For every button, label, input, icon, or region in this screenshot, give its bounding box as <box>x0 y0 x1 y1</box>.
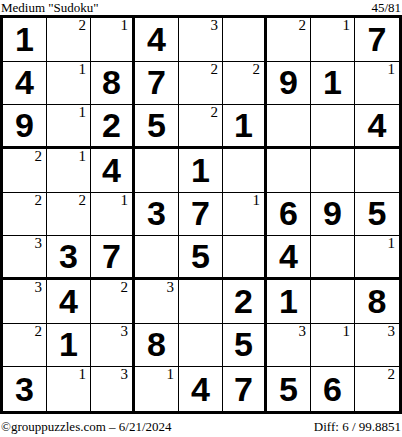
pencil-mark: 2 <box>35 148 43 165</box>
cell-r9c5[interactable]: 4 <box>179 367 223 411</box>
cell-r6c8[interactable] <box>311 236 355 280</box>
cell-r8c2[interactable]: 1 <box>47 324 91 368</box>
given-digit: 5 <box>355 193 399 236</box>
pencil-mark: 1 <box>343 17 351 34</box>
cell-r8c3[interactable]: 3 <box>91 324 135 368</box>
cell-r3c7[interactable] <box>267 105 311 149</box>
given-digit: 1 <box>179 149 222 192</box>
cell-r3c8[interactable] <box>311 105 355 149</box>
given-digit: 6 <box>267 193 310 236</box>
pencil-mark: 1 <box>388 61 396 78</box>
given-digit: 4 <box>3 62 46 105</box>
pencil-mark: 3 <box>35 235 43 252</box>
cell-r9c1[interactable]: 3 <box>3 367 47 411</box>
sudoku-page: Medium "Sudoku" 45/81 121432174187229119… <box>0 0 402 437</box>
cell-r7c4[interactable]: 3 <box>135 280 179 324</box>
cell-r5c8[interactable]: 9 <box>311 193 355 237</box>
cell-r8c4[interactable]: 8 <box>135 324 179 368</box>
cell-r7c9[interactable]: 8 <box>355 280 399 324</box>
pencil-mark: 2 <box>299 17 307 34</box>
given-digit: 8 <box>135 324 178 367</box>
given-digit: 4 <box>267 236 310 277</box>
given-digit: 9 <box>267 62 310 105</box>
cell-r3c5[interactable]: 2 <box>179 105 223 149</box>
given-digit: 5 <box>135 105 178 146</box>
pencil-mark: 2 <box>253 61 261 78</box>
cell-r3c6[interactable]: 1 <box>223 105 267 149</box>
cell-r4c5[interactable]: 1 <box>179 149 223 193</box>
pencil-mark: 2 <box>388 366 396 383</box>
cell-r5c9[interactable]: 5 <box>355 193 399 237</box>
cell-r4c1[interactable]: 2 <box>3 149 47 193</box>
pencil-mark: 3 <box>167 279 175 296</box>
given-digit: 9 <box>311 193 354 236</box>
pencil-mark: 2 <box>35 192 43 209</box>
cell-r5c4[interactable]: 3 <box>135 193 179 237</box>
cell-r6c9[interactable]: 1 <box>355 236 399 280</box>
cell-r1c3[interactable]: 1 <box>91 18 135 62</box>
pencil-mark: 1 <box>79 148 87 165</box>
cell-r3c4[interactable]: 5 <box>135 105 179 149</box>
given-digit: 7 <box>223 367 264 411</box>
cell-r2c5[interactable]: 2 <box>179 62 223 106</box>
cell-r5c2[interactable]: 2 <box>47 193 91 237</box>
cell-r5c1[interactable]: 2 <box>3 193 47 237</box>
cell-r6c4[interactable] <box>135 236 179 280</box>
pencil-mark: 1 <box>388 235 396 252</box>
cell-r1c9[interactable]: 7 <box>355 18 399 62</box>
cell-r8c8[interactable]: 1 <box>311 324 355 368</box>
cell-r9c2[interactable]: 1 <box>47 367 91 411</box>
cell-r6c7[interactable]: 4 <box>267 236 311 280</box>
given-digit: 3 <box>3 367 46 411</box>
cell-r4c9[interactable] <box>355 149 399 193</box>
given-digit: 3 <box>47 236 90 277</box>
pencil-mark: 1 <box>121 192 129 209</box>
given-digit: 7 <box>355 18 399 61</box>
puzzle-title: Medium "Sudoku" <box>1 1 99 15</box>
copyright-text: ©grouppuzzles.com – 6/21/2024 <box>1 419 172 434</box>
header-bar: Medium "Sudoku" 45/81 <box>0 0 402 15</box>
given-digit: 7 <box>135 62 178 105</box>
cell-r4c3[interactable]: 4 <box>91 149 135 193</box>
cell-r4c6[interactable] <box>223 149 267 193</box>
cell-r1c2[interactable]: 2 <box>47 18 91 62</box>
given-digit: 6 <box>311 367 354 411</box>
cell-r2c1[interactable]: 4 <box>3 62 47 106</box>
given-digit: 1 <box>223 105 264 146</box>
cell-r7c3[interactable]: 2 <box>91 280 135 324</box>
pencil-mark: 2 <box>79 192 87 209</box>
cell-r2c3[interactable]: 8 <box>91 62 135 106</box>
pencil-mark: 1 <box>253 192 261 209</box>
given-digit: 5 <box>267 367 310 411</box>
given-digit: 4 <box>135 18 178 61</box>
pencil-mark: 2 <box>35 323 43 340</box>
cell-r2c4[interactable]: 7 <box>135 62 179 106</box>
cell-r9c6[interactable]: 7 <box>223 367 267 411</box>
cell-r8c9[interactable]: 3 <box>355 324 399 368</box>
cell-r4c7[interactable] <box>267 149 311 193</box>
cell-r6c5[interactable]: 5 <box>179 236 223 280</box>
given-digit: 5 <box>223 324 264 367</box>
cell-r1c4[interactable]: 4 <box>135 18 179 62</box>
given-digit: 1 <box>267 280 310 323</box>
cell-r4c8[interactable] <box>311 149 355 193</box>
pencil-mark: 1 <box>343 323 351 340</box>
cell-r2c7[interactable]: 9 <box>267 62 311 106</box>
given-digit: 8 <box>355 280 399 323</box>
given-digit: 2 <box>91 105 132 146</box>
pencil-mark: 1 <box>79 366 87 383</box>
pencil-mark: 1 <box>167 366 175 383</box>
pencil-mark: 2 <box>211 104 219 121</box>
difficulty-text: Diff: 6 / 99.8851 <box>314 419 401 434</box>
cell-r1c8[interactable]: 1 <box>311 18 355 62</box>
cell-r1c7[interactable]: 2 <box>267 18 311 62</box>
pencil-mark: 3 <box>121 366 129 383</box>
cell-r9c3[interactable]: 3 <box>91 367 135 411</box>
given-digit: 7 <box>179 193 222 236</box>
given-digit: 4 <box>355 105 399 146</box>
given-digit: 4 <box>47 280 90 323</box>
given-digit: 4 <box>179 367 222 411</box>
pencil-mark: 3 <box>211 17 219 34</box>
pencil-mark: 1 <box>121 17 129 34</box>
pencil-mark: 3 <box>299 323 307 340</box>
cell-r8c7[interactable]: 3 <box>267 324 311 368</box>
cell-r1c6[interactable] <box>223 18 267 62</box>
given-digit: 8 <box>91 62 132 105</box>
cell-r8c5[interactable] <box>179 324 223 368</box>
cell-r7c2[interactable]: 4 <box>47 280 91 324</box>
cell-r2c6[interactable]: 2 <box>223 62 267 106</box>
cell-r7c1[interactable]: 3 <box>3 280 47 324</box>
cell-r9c8[interactable]: 6 <box>311 367 355 411</box>
cell-r6c1[interactable]: 3 <box>3 236 47 280</box>
pencil-mark: 2 <box>211 61 219 78</box>
pencil-mark: 3 <box>35 279 43 296</box>
cell-r3c3[interactable]: 2 <box>91 105 135 149</box>
cell-r5c6[interactable]: 1 <box>223 193 267 237</box>
cell-r6c6[interactable] <box>223 236 267 280</box>
cell-r9c4[interactable]: 1 <box>135 367 179 411</box>
given-digit: 1 <box>311 62 354 105</box>
given-digit: 3 <box>135 193 178 236</box>
pencil-mark: 1 <box>79 104 87 121</box>
cell-r1c5[interactable]: 3 <box>179 18 223 62</box>
given-digit: 9 <box>3 105 46 146</box>
cell-r6c2[interactable]: 3 <box>47 236 91 280</box>
cell-r3c2[interactable]: 1 <box>47 105 91 149</box>
cell-r2c8[interactable]: 1 <box>311 62 355 106</box>
pencil-mark: 3 <box>121 323 129 340</box>
cell-r7c8[interactable] <box>311 280 355 324</box>
footer-bar: ©grouppuzzles.com – 6/21/2024 Diff: 6 / … <box>0 419 402 434</box>
cell-r9c9[interactable]: 2 <box>355 367 399 411</box>
pencil-mark: 1 <box>79 61 87 78</box>
cell-r8c1[interactable]: 2 <box>3 324 47 368</box>
cell-r6c3[interactable]: 7 <box>91 236 135 280</box>
cell-r3c9[interactable]: 4 <box>355 105 399 149</box>
cell-r3c1[interactable]: 9 <box>3 105 47 149</box>
given-digit: 4 <box>91 149 132 192</box>
pencil-mark: 2 <box>79 17 87 34</box>
cell-r5c3[interactable]: 1 <box>91 193 135 237</box>
cell-r5c5[interactable]: 7 <box>179 193 223 237</box>
pencil-mark: 3 <box>388 323 396 340</box>
given-digit: 2 <box>223 280 264 323</box>
cell-r8c6[interactable]: 5 <box>223 324 267 368</box>
cell-r4c2[interactable]: 1 <box>47 149 91 193</box>
cell-r7c5[interactable] <box>179 280 223 324</box>
cell-r2c2[interactable]: 1 <box>47 62 91 106</box>
given-digit: 7 <box>91 236 132 277</box>
given-digit: 1 <box>47 324 90 367</box>
cell-r2c9[interactable]: 1 <box>355 62 399 106</box>
cell-r1c1[interactable]: 1 <box>3 18 47 62</box>
cell-r9c7[interactable]: 5 <box>267 367 311 411</box>
cell-r4c4[interactable] <box>135 149 179 193</box>
given-digit: 5 <box>179 236 222 277</box>
cell-r7c6[interactable]: 2 <box>223 280 267 324</box>
cell-r7c7[interactable]: 1 <box>267 280 311 324</box>
cell-r5c7[interactable]: 6 <box>267 193 311 237</box>
given-digit: 1 <box>3 18 46 61</box>
sudoku-board: 1214321741872291191252142141221371695337… <box>0 15 402 414</box>
progress-counter: 45/81 <box>371 1 401 15</box>
pencil-mark: 2 <box>121 279 129 296</box>
